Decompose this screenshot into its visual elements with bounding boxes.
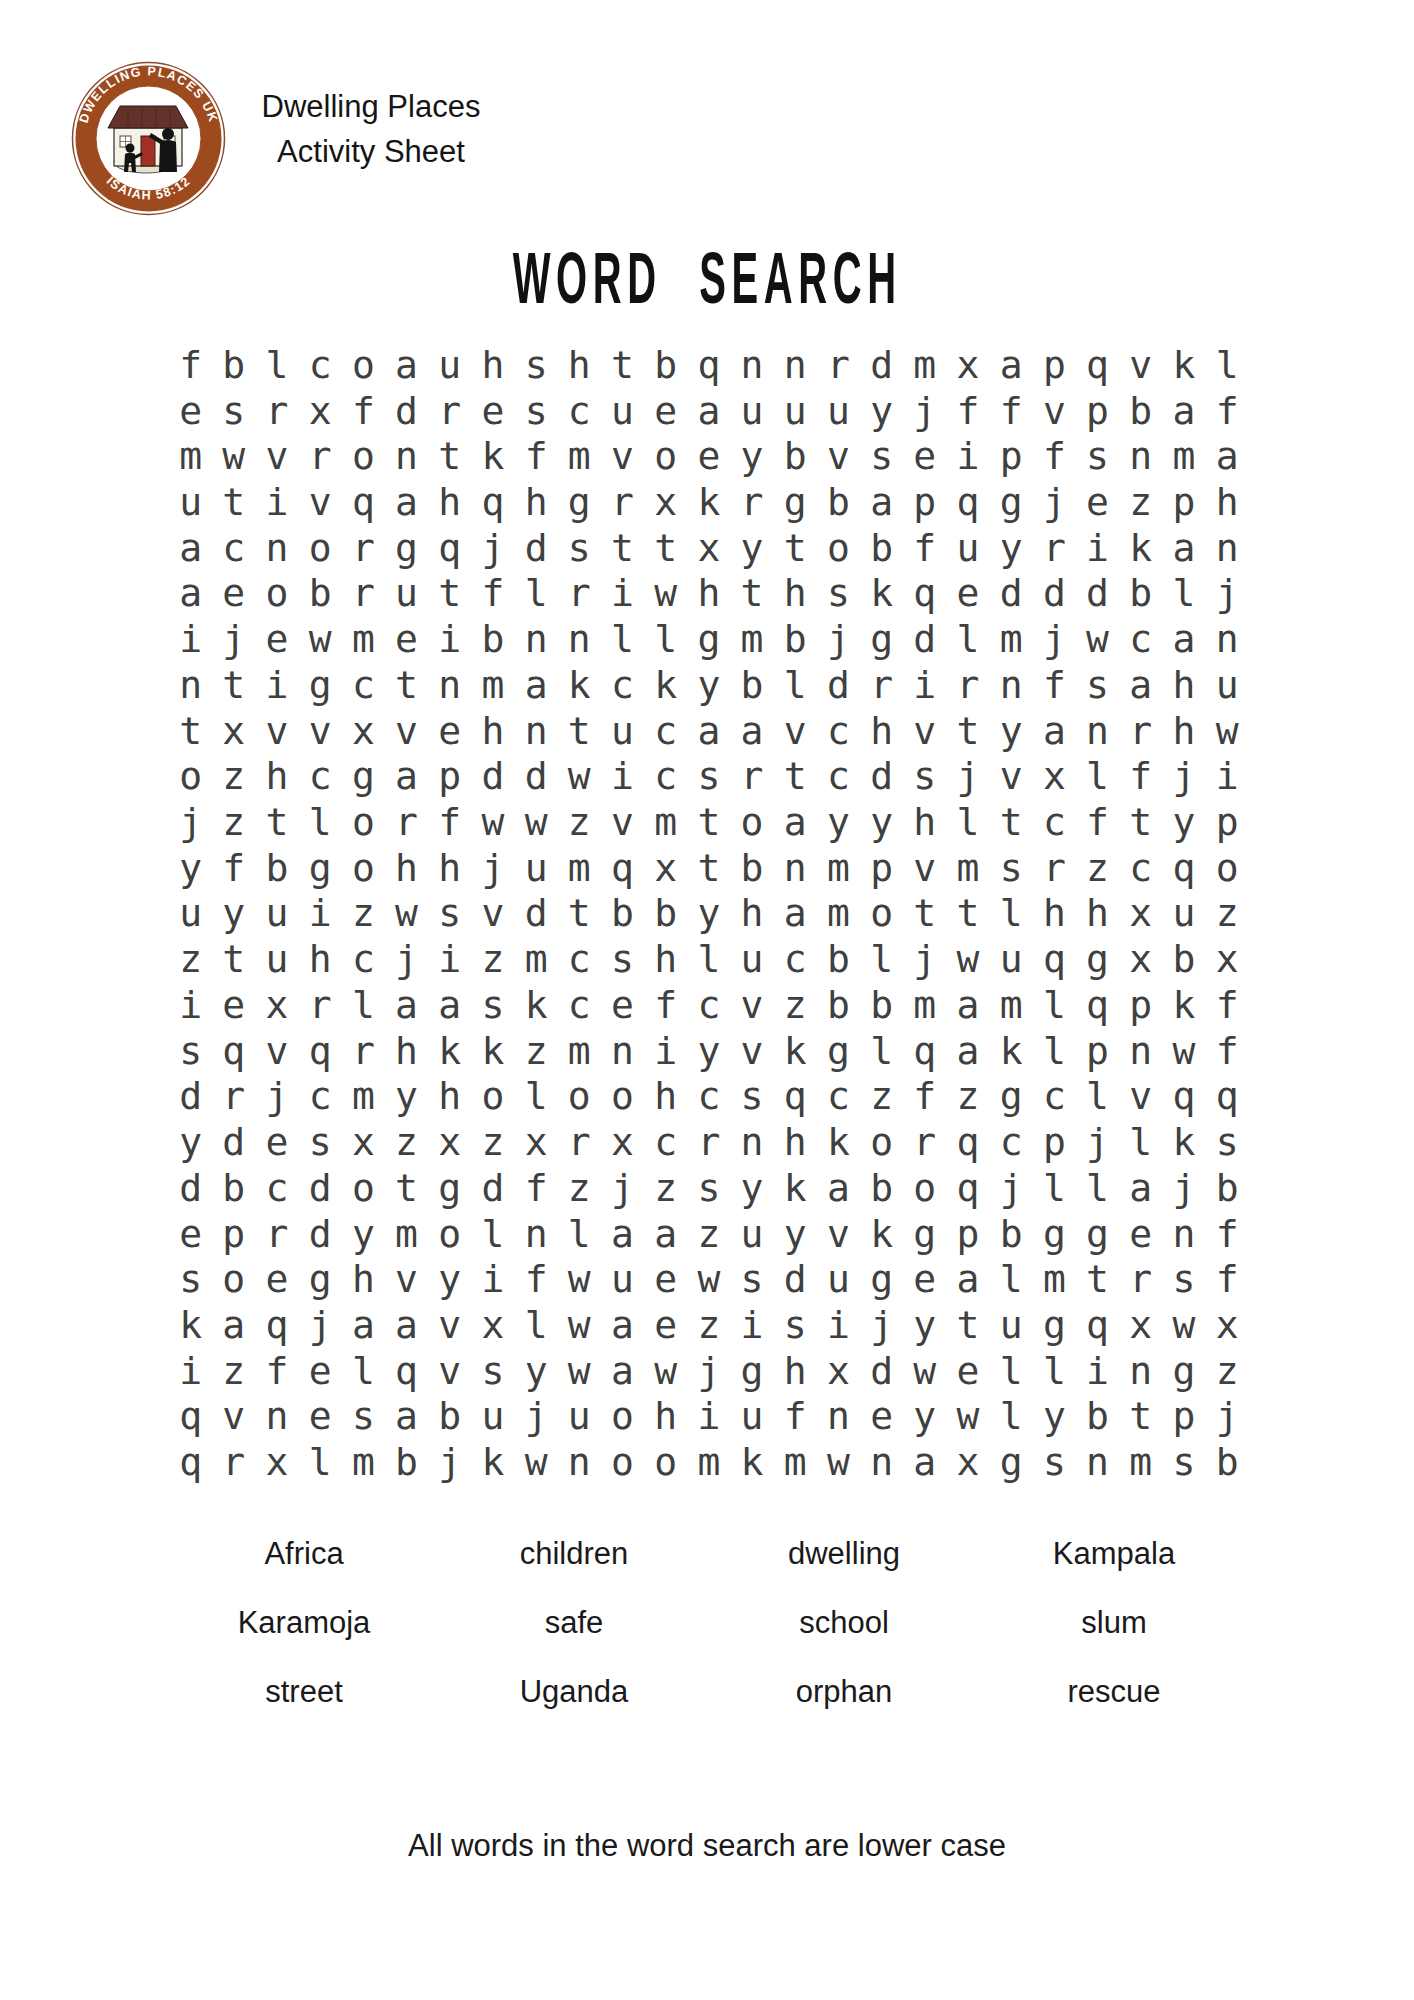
grid-cell-r18c21: p <box>1033 1119 1076 1165</box>
grid-cell-r24c11: o <box>601 1394 644 1440</box>
grid-cell-r17c18: f <box>903 1074 946 1120</box>
grid-cell-r19c25: b <box>1206 1165 1249 1211</box>
grid-cell-r13c9: d <box>515 891 558 937</box>
grid-cell-r13c4: i <box>299 891 342 937</box>
grid-cell-r15c3: x <box>255 982 298 1028</box>
grid-cell-r22c15: s <box>774 1302 817 1348</box>
grid-cell-r20c21: g <box>1033 1211 1076 1257</box>
grid-cell-r14c10: c <box>558 936 601 982</box>
grid-cell-r15c25: f <box>1206 982 1249 1028</box>
grid-cell-r3c23: n <box>1119 433 1162 479</box>
grid-cell-r24c15: f <box>774 1394 817 1440</box>
grid-cell-r16c4: q <box>299 1028 342 1074</box>
grid-cell-r22c16: i <box>817 1302 860 1348</box>
grid-cell-r24c17: e <box>860 1394 903 1440</box>
grid-cell-r19c5: o <box>342 1165 385 1211</box>
grid-cell-r2c9: s <box>515 388 558 434</box>
grid-cell-r7c11: l <box>601 616 644 662</box>
grid-cell-r4c18: p <box>903 479 946 525</box>
grid-cell-r5c3: n <box>255 525 298 571</box>
grid-cell-r14c19: w <box>946 936 989 982</box>
grid-cell-r5c25: n <box>1206 525 1249 571</box>
grid-cell-r15c15: z <box>774 982 817 1028</box>
grid-cell-r23c21: l <box>1033 1348 1076 1394</box>
grid-cell-r7c14: m <box>730 616 773 662</box>
grid-cell-r16c1: s <box>169 1028 212 1074</box>
grid-cell-r21c5: h <box>342 1256 385 1302</box>
grid-cell-r15c20: m <box>990 982 1033 1028</box>
grid-cell-r2c18: j <box>903 388 946 434</box>
word-list-item-school: school <box>709 1605 979 1641</box>
grid-cell-r20c11: a <box>601 1211 644 1257</box>
grid-cell-r1c10: h <box>558 342 601 388</box>
grid-cell-r12c4: g <box>299 845 342 891</box>
grid-cell-r11c16: y <box>817 799 860 845</box>
grid-cell-r2c4: x <box>299 388 342 434</box>
grid-cell-r13c18: t <box>903 891 946 937</box>
grid-cell-r23c10: w <box>558 1348 601 1394</box>
grid-cell-r17c14: s <box>730 1074 773 1120</box>
page-title-wrap: WORD SEARCH <box>0 236 1414 294</box>
grid-cell-r7c25: n <box>1206 616 1249 662</box>
grid-cell-r15c9: k <box>515 982 558 1028</box>
grid-cell-r17c5: m <box>342 1074 385 1120</box>
grid-cell-r9c22: n <box>1076 708 1119 754</box>
grid-cell-r11c20: t <box>990 799 1033 845</box>
grid-cell-r2c16: u <box>817 388 860 434</box>
grid-cell-r9c8: h <box>471 708 514 754</box>
grid-cell-r13c13: y <box>687 891 730 937</box>
grid-cell-r10c4: c <box>299 753 342 799</box>
grid-cell-r6c4: b <box>299 571 342 617</box>
grid-cell-r23c14: g <box>730 1348 773 1394</box>
grid-cell-r12c12: x <box>644 845 687 891</box>
grid-cell-r4c10: g <box>558 479 601 525</box>
grid-cell-r10c25: i <box>1206 753 1249 799</box>
grid-cell-r22c19: t <box>946 1302 989 1348</box>
grid-cell-r19c9: f <box>515 1165 558 1211</box>
grid-cell-r6c11: i <box>601 571 644 617</box>
grid-cell-r20c7: o <box>428 1211 471 1257</box>
grid-cell-r9c13: a <box>687 708 730 754</box>
grid-cell-r22c3: q <box>255 1302 298 1348</box>
grid-cell-r13c20: l <box>990 891 1033 937</box>
grid-cell-r4c11: r <box>601 479 644 525</box>
grid-cell-r24c21: y <box>1033 1394 1076 1440</box>
grid-cell-r9c10: t <box>558 708 601 754</box>
grid-cell-r9c3: v <box>255 708 298 754</box>
grid-cell-r18c7: x <box>428 1119 471 1165</box>
grid-cell-r17c10: o <box>558 1074 601 1120</box>
grid-cell-r6c20: d <box>990 571 1033 617</box>
grid-cell-r17c24: q <box>1162 1074 1205 1120</box>
grid-cell-r10c22: l <box>1076 753 1119 799</box>
grid-cell-r20c18: g <box>903 1211 946 1257</box>
word-list-item-orphan: orphan <box>709 1674 979 1710</box>
grid-cell-r4c17: a <box>860 479 903 525</box>
grid-cell-r19c4: d <box>299 1165 342 1211</box>
grid-cell-r10c3: h <box>255 753 298 799</box>
grid-cell-r12c9: u <box>515 845 558 891</box>
grid-cell-r13c7: s <box>428 891 471 937</box>
grid-cell-r22c12: e <box>644 1302 687 1348</box>
grid-cell-r4c6: a <box>385 479 428 525</box>
grid-cell-r8c19: r <box>946 662 989 708</box>
grid-cell-r15c21: l <box>1033 982 1076 1028</box>
grid-cell-r22c14: i <box>730 1302 773 1348</box>
grid-cell-r16c12: i <box>644 1028 687 1074</box>
grid-cell-r23c13: j <box>687 1348 730 1394</box>
grid-cell-r23c7: v <box>428 1348 471 1394</box>
grid-cell-r10c9: d <box>515 753 558 799</box>
grid-cell-r23c24: g <box>1162 1348 1205 1394</box>
grid-cell-r2c12: e <box>644 388 687 434</box>
grid-cell-r17c21: c <box>1033 1074 1076 1120</box>
grid-cell-r19c13: s <box>687 1165 730 1211</box>
grid-cell-r25c18: a <box>903 1439 946 1485</box>
grid-cell-r7c5: m <box>342 616 385 662</box>
grid-cell-r16c16: g <box>817 1028 860 1074</box>
grid-cell-r7c4: w <box>299 616 342 662</box>
grid-cell-r22c2: a <box>212 1302 255 1348</box>
grid-cell-r16c18: q <box>903 1028 946 1074</box>
grid-cell-r12c7: h <box>428 845 471 891</box>
grid-cell-r6c6: u <box>385 571 428 617</box>
grid-cell-r15c1: i <box>169 982 212 1028</box>
grid-cell-r10c1: o <box>169 753 212 799</box>
grid-cell-r2c20: f <box>990 388 1033 434</box>
grid-cell-r4c25: h <box>1206 479 1249 525</box>
grid-cell-r8c9: a <box>515 662 558 708</box>
grid-cell-r22c1: k <box>169 1302 212 1348</box>
grid-cell-r12c5: o <box>342 845 385 891</box>
grid-cell-r19c22: l <box>1076 1165 1119 1211</box>
grid-cell-r11c3: t <box>255 799 298 845</box>
grid-cell-r25c3: x <box>255 1439 298 1485</box>
grid-cell-r13c22: h <box>1076 891 1119 937</box>
grid-cell-r21c19: a <box>946 1256 989 1302</box>
grid-cell-r18c16: k <box>817 1119 860 1165</box>
grid-cell-r15c7: a <box>428 982 471 1028</box>
grid-cell-r4c21: j <box>1033 479 1076 525</box>
grid-cell-r6c9: l <box>515 571 558 617</box>
grid-cell-r14c8: z <box>471 936 514 982</box>
grid-cell-r9c16: c <box>817 708 860 754</box>
grid-cell-r5c6: g <box>385 525 428 571</box>
grid-cell-r13c1: u <box>169 891 212 937</box>
grid-cell-r7c23: c <box>1119 616 1162 662</box>
grid-cell-r10c21: x <box>1033 753 1076 799</box>
grid-cell-r23c18: w <box>903 1348 946 1394</box>
grid-cell-r12c3: b <box>255 845 298 891</box>
grid-cell-r1c16: r <box>817 342 860 388</box>
grid-cell-r22c13: z <box>687 1302 730 1348</box>
grid-cell-r22c17: j <box>860 1302 903 1348</box>
grid-cell-r20c15: y <box>774 1211 817 1257</box>
grid-cell-r14c25: x <box>1206 936 1249 982</box>
grid-cell-r2c24: a <box>1162 388 1205 434</box>
grid-cell-r21c24: s <box>1162 1256 1205 1302</box>
grid-cell-r3c19: i <box>946 433 989 479</box>
grid-cell-r8c1: n <box>169 662 212 708</box>
grid-cell-r9c21: a <box>1033 708 1076 754</box>
grid-cell-r21c4: g <box>299 1256 342 1302</box>
brand-text: Dwelling Places Activity Sheet <box>246 84 496 174</box>
grid-cell-r3c12: o <box>644 433 687 479</box>
grid-cell-r12c18: v <box>903 845 946 891</box>
grid-cell-r24c13: i <box>687 1394 730 1440</box>
grid-cell-r21c16: u <box>817 1256 860 1302</box>
grid-cell-r8c18: i <box>903 662 946 708</box>
grid-cell-r1c17: d <box>860 342 903 388</box>
grid-cell-r23c16: x <box>817 1348 860 1394</box>
grid-cell-r11c18: h <box>903 799 946 845</box>
grid-cell-r23c23: n <box>1119 1348 1162 1394</box>
grid-cell-r5c16: o <box>817 525 860 571</box>
grid-cell-r17c4: c <box>299 1074 342 1120</box>
grid-cell-r1c12: b <box>644 342 687 388</box>
grid-cell-r24c8: u <box>471 1394 514 1440</box>
grid-cell-r7c12: l <box>644 616 687 662</box>
grid-cell-r11c4: l <box>299 799 342 845</box>
grid-cell-r18c18: r <box>903 1119 946 1165</box>
word-list-item-safe: safe <box>439 1605 709 1641</box>
grid-cell-r11c24: y <box>1162 799 1205 845</box>
grid-cell-r13c11: b <box>601 891 644 937</box>
grid-cell-r11c14: o <box>730 799 773 845</box>
grid-cell-r3c10: m <box>558 433 601 479</box>
grid-cell-r18c5: x <box>342 1119 385 1165</box>
grid-cell-r3c7: t <box>428 433 471 479</box>
grid-cell-r12c6: h <box>385 845 428 891</box>
grid-cell-r10c12: c <box>644 753 687 799</box>
grid-cell-r6c8: f <box>471 571 514 617</box>
grid-cell-r3c13: e <box>687 433 730 479</box>
grid-cell-r9c23: r <box>1119 708 1162 754</box>
grid-cell-r22c5: a <box>342 1302 385 1348</box>
grid-cell-r25c19: x <box>946 1439 989 1485</box>
grid-cell-r1c6: a <box>385 342 428 388</box>
grid-cell-r6c12: w <box>644 571 687 617</box>
word-list-item-africa: Africa <box>169 1536 439 1572</box>
grid-cell-r9c18: v <box>903 708 946 754</box>
grid-cell-r23c20: l <box>990 1348 1033 1394</box>
grid-cell-r10c24: j <box>1162 753 1205 799</box>
grid-cell-r20c25: f <box>1206 1211 1249 1257</box>
grid-cell-r21c25: f <box>1206 1256 1249 1302</box>
grid-cell-r10c17: d <box>860 753 903 799</box>
grid-cell-r3c25: a <box>1206 433 1249 479</box>
grid-cell-r17c16: c <box>817 1074 860 1120</box>
grid-cell-r12c22: z <box>1076 845 1119 891</box>
grid-cell-r17c15: q <box>774 1074 817 1120</box>
grid-cell-r4c7: h <box>428 479 471 525</box>
grid-cell-r15c16: b <box>817 982 860 1028</box>
grid-cell-r12c10: m <box>558 845 601 891</box>
grid-cell-r18c22: j <box>1076 1119 1119 1165</box>
grid-cell-r18c6: z <box>385 1119 428 1165</box>
grid-cell-r11c6: r <box>385 799 428 845</box>
grid-cell-r4c15: g <box>774 479 817 525</box>
grid-cell-r20c3: r <box>255 1211 298 1257</box>
grid-cell-r1c18: m <box>903 342 946 388</box>
grid-cell-r7c24: a <box>1162 616 1205 662</box>
grid-cell-r23c1: i <box>169 1348 212 1394</box>
grid-cell-r10c8: d <box>471 753 514 799</box>
grid-cell-r24c7: b <box>428 1394 471 1440</box>
grid-cell-r14c15: c <box>774 936 817 982</box>
grid-cell-r8c5: c <box>342 662 385 708</box>
grid-cell-r1c3: l <box>255 342 298 388</box>
grid-cell-r7c6: e <box>385 616 428 662</box>
grid-cell-r24c1: q <box>169 1394 212 1440</box>
grid-cell-r15c6: a <box>385 982 428 1028</box>
grid-cell-r14c14: u <box>730 936 773 982</box>
grid-cell-r24c6: a <box>385 1394 428 1440</box>
grid-cell-r22c10: w <box>558 1302 601 1348</box>
grid-cell-r12c8: j <box>471 845 514 891</box>
grid-cell-r7c13: g <box>687 616 730 662</box>
grid-cell-r13c23: x <box>1119 891 1162 937</box>
grid-cell-r3c16: v <box>817 433 860 479</box>
grid-cell-r16c5: r <box>342 1028 385 1074</box>
grid-cell-r18c25: s <box>1206 1119 1249 1165</box>
grid-cell-r6c22: d <box>1076 571 1119 617</box>
grid-cell-r6c2: e <box>212 571 255 617</box>
grid-cell-r2c7: r <box>428 388 471 434</box>
grid-cell-r25c1: q <box>169 1439 212 1485</box>
grid-cell-r8c13: y <box>687 662 730 708</box>
grid-cell-r16c19: a <box>946 1028 989 1074</box>
grid-cell-r6c17: k <box>860 571 903 617</box>
grid-cell-r19c16: a <box>817 1165 860 1211</box>
grid-cell-r18c19: q <box>946 1119 989 1165</box>
grid-cell-r1c24: k <box>1162 342 1205 388</box>
grid-cell-r10c18: s <box>903 753 946 799</box>
grid-cell-r9c5: x <box>342 708 385 754</box>
grid-cell-r21c9: f <box>515 1256 558 1302</box>
grid-cell-r20c14: u <box>730 1211 773 1257</box>
word-list-item-slum: slum <box>979 1605 1249 1641</box>
grid-cell-r9c24: h <box>1162 708 1205 754</box>
grid-cell-r3c5: o <box>342 433 385 479</box>
grid-cell-r20c1: e <box>169 1211 212 1257</box>
grid-cell-r13c12: b <box>644 891 687 937</box>
grid-cell-r7c21: j <box>1033 616 1076 662</box>
grid-cell-r19c2: b <box>212 1165 255 1211</box>
grid-cell-r5c12: t <box>644 525 687 571</box>
grid-cell-r4c20: g <box>990 479 1033 525</box>
grid-cell-r8c7: n <box>428 662 471 708</box>
grid-cell-r18c24: k <box>1162 1119 1205 1165</box>
grid-cell-r5c9: d <box>515 525 558 571</box>
grid-cell-r16c24: w <box>1162 1028 1205 1074</box>
grid-cell-r2c15: u <box>774 388 817 434</box>
grid-cell-r10c14: r <box>730 753 773 799</box>
grid-cell-r1c2: b <box>212 342 255 388</box>
grid-cell-r22c20: u <box>990 1302 1033 1348</box>
grid-cell-r16c7: k <box>428 1028 471 1074</box>
grid-cell-r16c10: m <box>558 1028 601 1074</box>
grid-cell-r11c7: f <box>428 799 471 845</box>
grid-cell-r24c19: w <box>946 1394 989 1440</box>
grid-cell-r18c15: h <box>774 1119 817 1165</box>
grid-cell-r14c18: j <box>903 936 946 982</box>
grid-cell-r12c13: t <box>687 845 730 891</box>
grid-cell-r8c22: s <box>1076 662 1119 708</box>
grid-cell-r7c22: w <box>1076 616 1119 662</box>
grid-cell-r12c24: q <box>1162 845 1205 891</box>
grid-cell-r5c11: t <box>601 525 644 571</box>
grid-cell-r21c2: o <box>212 1256 255 1302</box>
grid-cell-r19c23: a <box>1119 1165 1162 1211</box>
grid-cell-r25c10: n <box>558 1439 601 1485</box>
grid-cell-r1c20: a <box>990 342 1033 388</box>
grid-cell-r8c14: b <box>730 662 773 708</box>
grid-cell-r25c14: k <box>730 1439 773 1485</box>
grid-cell-r22c23: x <box>1119 1302 1162 1348</box>
grid-cell-r19c14: y <box>730 1165 773 1211</box>
grid-cell-r17c6: y <box>385 1074 428 1120</box>
grid-cell-r13c19: t <box>946 891 989 937</box>
grid-cell-r14c16: b <box>817 936 860 982</box>
grid-cell-r8c15: l <box>774 662 817 708</box>
grid-cell-r1c9: s <box>515 342 558 388</box>
grid-cell-r17c8: o <box>471 1074 514 1120</box>
grid-cell-r3c4: r <box>299 433 342 479</box>
grid-cell-r24c4: e <box>299 1394 342 1440</box>
grid-cell-r16c13: y <box>687 1028 730 1074</box>
grid-cell-r14c22: g <box>1076 936 1119 982</box>
grid-cell-r9c1: t <box>169 708 212 754</box>
grid-cell-r19c19: q <box>946 1165 989 1211</box>
grid-cell-r8c4: g <box>299 662 342 708</box>
brand-line2: Activity Sheet <box>246 129 496 174</box>
grid-cell-r19c12: z <box>644 1165 687 1211</box>
grid-cell-r5c22: i <box>1076 525 1119 571</box>
grid-cell-r19c17: b <box>860 1165 903 1211</box>
grid-cell-r5c15: t <box>774 525 817 571</box>
grid-cell-r15c12: f <box>644 982 687 1028</box>
grid-cell-r19c15: k <box>774 1165 817 1211</box>
grid-cell-r21c15: d <box>774 1256 817 1302</box>
grid-cell-r25c16: w <box>817 1439 860 1485</box>
grid-cell-r19c21: l <box>1033 1165 1076 1211</box>
grid-cell-r16c9: z <box>515 1028 558 1074</box>
grid-cell-r9c6: v <box>385 708 428 754</box>
grid-cell-r20c22: g <box>1076 1211 1119 1257</box>
grid-cell-r14c11: s <box>601 936 644 982</box>
grid-cell-r11c1: j <box>169 799 212 845</box>
grid-cell-r11c17: y <box>860 799 903 845</box>
grid-cell-r15c22: q <box>1076 982 1119 1028</box>
grid-cell-r20c17: k <box>860 1211 903 1257</box>
grid-cell-r25c5: m <box>342 1439 385 1485</box>
grid-cell-r4c8: q <box>471 479 514 525</box>
grid-cell-r21c13: w <box>687 1256 730 1302</box>
logo-house-illustration <box>108 106 188 173</box>
grid-cell-r3c15: b <box>774 433 817 479</box>
grid-cell-r11c12: m <box>644 799 687 845</box>
grid-cell-r14c17: l <box>860 936 903 982</box>
grid-cell-r23c9: y <box>515 1348 558 1394</box>
grid-cell-r14c6: j <box>385 936 428 982</box>
grid-cell-r6c1: a <box>169 571 212 617</box>
dwelling-places-logo: DWELLING PLACES UK ISAIAH 58:12 <box>70 60 227 217</box>
grid-cell-r14c13: l <box>687 936 730 982</box>
grid-cell-r1c19: x <box>946 342 989 388</box>
grid-cell-r5c14: y <box>730 525 773 571</box>
